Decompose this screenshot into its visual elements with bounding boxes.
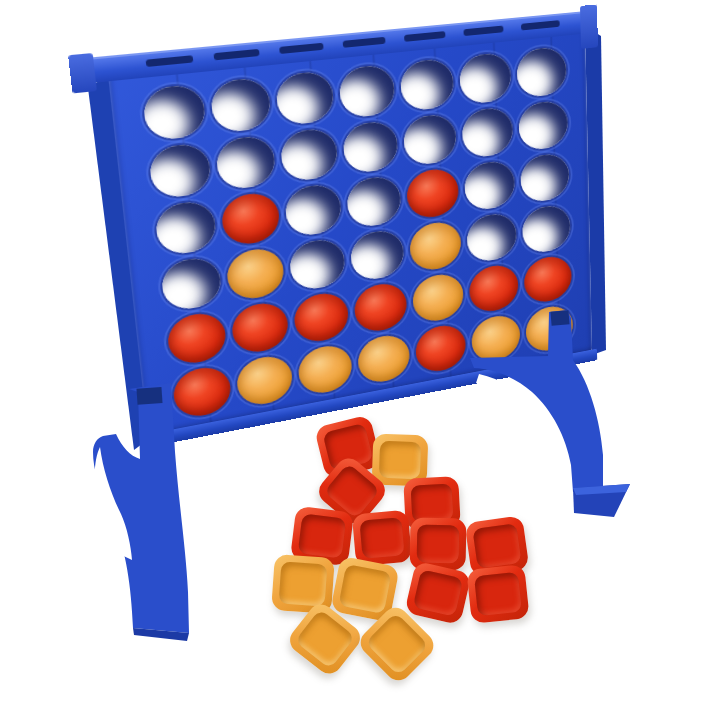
- empty-hole: [517, 46, 568, 99]
- board-cell-c3r3[interactable]: [280, 179, 346, 242]
- red-disc: [524, 253, 572, 305]
- board-cell-c7r2[interactable]: [515, 96, 572, 156]
- right-leg-arch-cutout: [476, 374, 556, 459]
- board-cell-c1r6[interactable]: [167, 359, 236, 423]
- board-cell-c7r4[interactable]: [519, 200, 574, 259]
- board-cell-c4r3[interactable]: [342, 171, 405, 233]
- right-foot-top: [573, 484, 630, 495]
- board-cell-c6r6[interactable]: [468, 308, 524, 367]
- loose-chip-red-12[interactable]: [466, 564, 529, 624]
- rail-slot-2[interactable]: [213, 49, 259, 61]
- left-leg-arch-cutout: [95, 447, 132, 560]
- orange-disc: [412, 271, 464, 324]
- empty-hole: [154, 199, 217, 257]
- empty-hole: [403, 113, 457, 167]
- board-cell-c2r2[interactable]: [211, 131, 281, 196]
- chip-recess: [417, 525, 460, 564]
- chip-recess: [338, 564, 391, 614]
- chip-recess: [295, 609, 356, 669]
- empty-hole: [342, 120, 398, 175]
- board-cell-c3r6[interactable]: [293, 338, 357, 400]
- empty-hole: [288, 237, 345, 293]
- red-disc: [415, 322, 467, 375]
- empty-hole: [520, 152, 569, 204]
- loose-chip-red-6[interactable]: [352, 510, 412, 567]
- board-cell-c3r4[interactable]: [284, 233, 349, 296]
- loose-chip-red-11[interactable]: [404, 561, 471, 625]
- orange-disc: [471, 312, 521, 364]
- empty-hole: [346, 174, 402, 229]
- empty-hole: [284, 182, 342, 238]
- board-cell-c4r6[interactable]: [353, 328, 414, 389]
- chip-recess: [474, 572, 522, 616]
- board-cell-c1r2[interactable]: [143, 138, 216, 204]
- connect-four-board: [108, 28, 592, 437]
- rail-slot-4[interactable]: [343, 37, 386, 48]
- empty-hole: [280, 127, 339, 183]
- rail-slot-3[interactable]: [279, 43, 323, 54]
- red-disc: [220, 191, 281, 248]
- empty-hole: [522, 203, 571, 255]
- orange-disc: [409, 219, 462, 273]
- board-cell-c5r4[interactable]: [405, 216, 465, 277]
- empty-hole: [141, 84, 206, 142]
- empty-hole: [215, 134, 276, 191]
- board-cell-c7r6[interactable]: [522, 299, 576, 357]
- red-disc: [171, 363, 232, 420]
- chip-recess: [365, 612, 429, 676]
- board-cell-c2r1[interactable]: [205, 73, 275, 138]
- board-cell-c3r1[interactable]: [271, 67, 338, 131]
- red-disc: [353, 280, 408, 334]
- board-cell-c1r1[interactable]: [137, 80, 211, 146]
- empty-hole: [400, 58, 455, 113]
- board-cell-c6r3[interactable]: [461, 155, 519, 215]
- empty-hole: [275, 70, 335, 126]
- board-cell-c5r3[interactable]: [402, 163, 463, 224]
- chip-recess: [413, 569, 464, 617]
- chip-recess: [379, 441, 421, 479]
- chip-recess: [359, 517, 404, 559]
- left-foot-shade: [133, 628, 189, 641]
- empty-hole: [466, 211, 517, 264]
- orange-disc: [225, 246, 285, 302]
- board-cell-c2r3[interactable]: [216, 187, 285, 251]
- empty-hole: [464, 159, 515, 212]
- board-cell-c7r1[interactable]: [513, 43, 570, 103]
- chip-recess: [411, 483, 454, 522]
- empty-hole: [519, 99, 569, 151]
- empty-hole: [148, 142, 212, 200]
- board-cell-c1r3[interactable]: [149, 195, 221, 261]
- empty-hole: [160, 255, 222, 312]
- red-disc: [406, 167, 460, 221]
- board-cell-c4r1[interactable]: [335, 60, 400, 123]
- board-cell-c3r2[interactable]: [276, 123, 343, 187]
- empty-hole: [209, 77, 271, 134]
- rail-end-cap-left: [68, 53, 97, 93]
- rail-end-cap-right: [580, 4, 598, 48]
- board-cell-c7r3[interactable]: [517, 148, 573, 207]
- rail-slot-1[interactable]: [145, 55, 193, 67]
- red-disc: [230, 300, 289, 356]
- empty-hole: [350, 228, 405, 283]
- chip-recess: [298, 513, 347, 558]
- empty-hole: [338, 64, 395, 119]
- board-cell-c4r4[interactable]: [346, 224, 408, 286]
- orange-disc: [357, 331, 411, 385]
- red-disc: [165, 310, 227, 367]
- rail-slot-6[interactable]: [464, 26, 504, 37]
- orange-disc: [526, 303, 574, 354]
- board-cell-c5r2[interactable]: [399, 109, 460, 170]
- empty-hole: [459, 52, 512, 106]
- board-cell-c5r6[interactable]: [411, 318, 470, 378]
- board-cell-c6r4[interactable]: [463, 207, 521, 267]
- red-disc: [469, 262, 519, 315]
- empty-hole: [462, 106, 514, 159]
- board-cell-c2r6[interactable]: [231, 349, 297, 412]
- board-cell-c4r2[interactable]: [338, 116, 402, 179]
- right-foot: [573, 484, 630, 517]
- board-cell-c5r1[interactable]: [396, 54, 458, 116]
- loose-chip-red-7[interactable]: [410, 518, 467, 571]
- chip-recess: [472, 523, 521, 569]
- connect-four-scene: [0, 0, 720, 720]
- chip-recess: [279, 561, 328, 606]
- rail-slot-5[interactable]: [404, 31, 445, 42]
- board-cell-c6r1[interactable]: [456, 48, 516, 109]
- red-disc: [293, 290, 350, 345]
- orange-disc: [235, 352, 293, 408]
- board-cell-c6r2[interactable]: [458, 102, 517, 162]
- orange-disc: [297, 342, 353, 397]
- rail-slot-7[interactable]: [521, 20, 560, 30]
- board-grid: [108, 28, 592, 437]
